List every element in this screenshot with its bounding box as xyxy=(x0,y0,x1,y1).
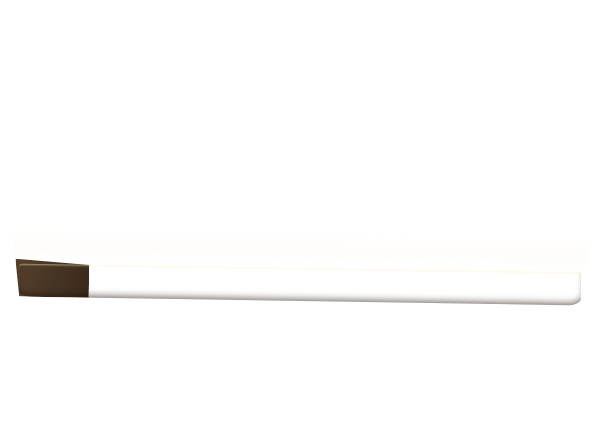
photo-stage xyxy=(0,0,600,444)
piece-row xyxy=(0,0,600,444)
